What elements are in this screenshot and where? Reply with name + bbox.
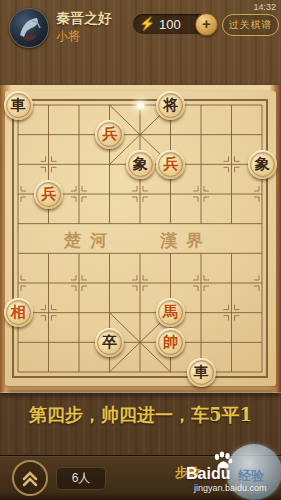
piece-character: 象 [133, 157, 148, 172]
red-horse[interactable]: 馬 [156, 298, 185, 327]
xiangqi-board[interactable]: 楚河 漢界 車将兵象兵象兵相馬卒帥車 [0, 85, 281, 393]
avatar-art-icon [10, 9, 48, 47]
piece-character: 兵 [102, 127, 117, 142]
red-general[interactable]: 帥 [156, 328, 185, 357]
chevron-double-up-icon [14, 462, 46, 494]
black-elephant[interactable]: 象 [248, 150, 277, 179]
piece-character: 馬 [163, 305, 178, 320]
energy-value: 100 [159, 17, 181, 32]
piece-character: 車 [11, 98, 26, 113]
black-chariot[interactable]: 車 [187, 358, 216, 387]
lightning-icon: ⚡ [139, 16, 155, 31]
last-move-marker [136, 101, 145, 110]
piece-character: 兵 [41, 187, 56, 202]
clock-time: 14:32 [253, 2, 276, 12]
black-elephant[interactable]: 象 [126, 150, 155, 179]
red-soldier[interactable]: 兵 [156, 150, 185, 179]
piece-character: 兵 [163, 157, 178, 172]
collapse-panel-button[interactable] [12, 460, 48, 496]
piece-character: 車 [194, 365, 209, 380]
piece-character: 帥 [163, 335, 178, 350]
puzzle-collection-button[interactable]: 过关棋谱 [222, 14, 279, 36]
black-general[interactable]: 将 [156, 91, 185, 120]
watermark-brand: Baidu [186, 465, 230, 483]
add-energy-button[interactable]: + [195, 13, 218, 36]
black-chariot[interactable]: 車 [4, 91, 33, 120]
app-screen: 14:32 秦晋之好 小将 ⚡ 100 + 过关棋谱 楚河 漢界 車将兵象兵象兵… [0, 0, 281, 500]
bottom-bar: 6人 步数 Baidu 经验 jingyan.baidu.com [0, 455, 281, 500]
piece-character: 将 [163, 98, 178, 113]
move-annotation: 第四步，帅四进一，车5平1 [0, 403, 281, 427]
red-elephant[interactable]: 相 [4, 298, 33, 327]
red-soldier[interactable]: 兵 [34, 180, 63, 209]
piece-character: 象 [255, 157, 270, 172]
player-rank: 小将 [56, 28, 80, 45]
player-name: 秦晋之好 [56, 10, 112, 28]
online-players-count[interactable]: 6人 [56, 467, 106, 490]
red-soldier[interactable]: 兵 [95, 120, 124, 149]
watermark-url: jingyan.baidu.com [194, 483, 267, 493]
piece-character: 卒 [102, 335, 117, 350]
piece-character: 相 [11, 305, 26, 320]
black-soldier[interactable]: 卒 [95, 328, 124, 357]
player-avatar[interactable] [9, 8, 49, 48]
